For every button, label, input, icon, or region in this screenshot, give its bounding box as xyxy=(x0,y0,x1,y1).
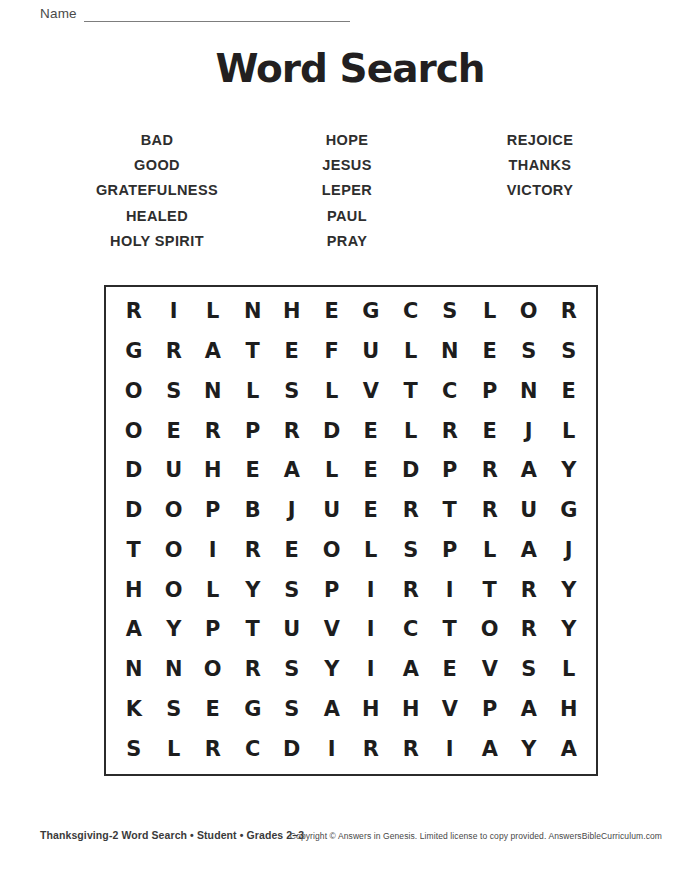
name-input-line[interactable] xyxy=(84,8,350,22)
grid-cell-r9c4[interactable]: T xyxy=(233,609,271,649)
grid-cell-r2c11[interactable]: S xyxy=(510,331,548,371)
grid-cell-r7c11[interactable]: A xyxy=(510,530,548,570)
grid-cell-r6c1[interactable]: D xyxy=(115,490,153,530)
grid-cell-r3c12[interactable]: E xyxy=(549,371,587,411)
grid-cell-r6c12[interactable]: G xyxy=(549,490,587,530)
grid-cell-r12c12[interactable]: A xyxy=(549,728,587,768)
word-item: GOOD xyxy=(134,153,180,178)
grid-cell-r9c6[interactable]: V xyxy=(312,609,350,649)
grid-cell-r4c6[interactable]: D xyxy=(312,410,350,450)
grid-cell-r6c7[interactable]: E xyxy=(352,490,390,530)
grid-cell-r5c9[interactable]: P xyxy=(431,450,469,490)
grid-cell-r7c4[interactable]: R xyxy=(233,530,271,570)
grid-cell-r10c7[interactable]: I xyxy=(352,649,390,689)
grid-cell-r9c3[interactable]: P xyxy=(194,609,232,649)
grid-cell-r8c3[interactable]: L xyxy=(194,569,232,609)
grid-cell-r6c2[interactable]: O xyxy=(154,490,192,530)
grid-cell-r7c3[interactable]: I xyxy=(194,530,232,570)
grid-cell-r10c6[interactable]: Y xyxy=(312,649,350,689)
grid-cell-r10c2[interactable]: N xyxy=(154,649,192,689)
grid-cell-r2c4[interactable]: T xyxy=(233,331,271,371)
grid-cell-r3c8[interactable]: T xyxy=(391,371,429,411)
grid-cell-r5c3[interactable]: H xyxy=(194,450,232,490)
grid-cell-r3c5[interactable]: S xyxy=(273,371,311,411)
grid-cell-r11c10[interactable]: P xyxy=(470,689,508,729)
grid-cell-r11c12[interactable]: H xyxy=(549,689,587,729)
word-item: HOPE xyxy=(326,128,369,153)
grid-cell-r2c9[interactable]: N xyxy=(431,331,469,371)
grid-cell-r7c8[interactable]: S xyxy=(391,530,429,570)
footer-copyright: Copyright © Answers in Genesis. Limited … xyxy=(290,831,662,841)
grid-cell-r12c9[interactable]: I xyxy=(431,728,469,768)
grid-cell-r11c11[interactable]: A xyxy=(510,689,548,729)
grid-cell-r8c1[interactable]: H xyxy=(115,569,153,609)
word-item: PRAY xyxy=(327,229,368,254)
grid-cell-r3c7[interactable]: V xyxy=(352,371,390,411)
grid-cell-r11c7[interactable]: H xyxy=(352,689,390,729)
grid-cell-r6c10[interactable]: R xyxy=(470,490,508,530)
grid-cell-r1c5[interactable]: H xyxy=(273,291,311,331)
grid-cell-r12c1[interactable]: S xyxy=(115,728,153,768)
grid-cell-r4c2[interactable]: E xyxy=(154,410,192,450)
grid-cell-r3c10[interactable]: P xyxy=(470,371,508,411)
grid-cell-r1c4[interactable]: N xyxy=(233,291,271,331)
grid-cell-r5c8[interactable]: D xyxy=(391,450,429,490)
worksheet-page: Name Word Search BADGOODGRATEFULNESSHEAL… xyxy=(0,0,700,869)
grid-cell-r11c8[interactable]: H xyxy=(391,689,429,729)
grid-cell-r1c12[interactable]: R xyxy=(549,291,587,331)
word-list-column-3: REJOICETHANKSVICTORY xyxy=(507,128,573,204)
grid-cell-r1c8[interactable]: C xyxy=(391,291,429,331)
grid-cell-r12c3[interactable]: R xyxy=(194,728,232,768)
grid-cell-r11c1[interactable]: K xyxy=(115,689,153,729)
grid-cell-r2c6[interactable]: F xyxy=(312,331,350,371)
grid-cell-r7c6[interactable]: O xyxy=(312,530,350,570)
grid-cell-r4c8[interactable]: L xyxy=(391,410,429,450)
grid-cell-r8c5[interactable]: S xyxy=(273,569,311,609)
grid-cell-r1c3[interactable]: L xyxy=(194,291,232,331)
grid-cell-r6c5[interactable]: J xyxy=(273,490,311,530)
grid-cell-r10c8[interactable]: A xyxy=(391,649,429,689)
grid-cell-r11c9[interactable]: V xyxy=(431,689,469,729)
grid-cell-r1c7[interactable]: G xyxy=(352,291,390,331)
grid-cell-r5c6[interactable]: L xyxy=(312,450,350,490)
word-list-column-1: BADGOODGRATEFULNESSHEALEDHOLY SPIRIT xyxy=(96,128,218,254)
grid-cell-r11c4[interactable]: G xyxy=(233,689,271,729)
grid-cell-r3c3[interactable]: N xyxy=(194,371,232,411)
grid-cell-r10c1[interactable]: N xyxy=(115,649,153,689)
grid-cell-r5c11[interactable]: A xyxy=(510,450,548,490)
page-title: Word Search xyxy=(0,46,700,91)
grid-cell-r1c9[interactable]: S xyxy=(431,291,469,331)
grid-cell-r7c9[interactable]: P xyxy=(431,530,469,570)
grid-cell-r12c10[interactable]: A xyxy=(470,728,508,768)
grid-cell-r9c5[interactable]: U xyxy=(273,609,311,649)
grid-cell-r12c4[interactable]: C xyxy=(233,728,271,768)
grid-cell-r12c6[interactable]: I xyxy=(312,728,350,768)
word-list-column-2: HOPEJESUSLEPERPAULPRAY xyxy=(322,128,372,254)
grid-cell-r12c8[interactable]: R xyxy=(391,728,429,768)
grid-cell-r10c11[interactable]: S xyxy=(510,649,548,689)
grid-cell-r6c4[interactable]: B xyxy=(233,490,271,530)
grid-cell-r8c6[interactable]: P xyxy=(312,569,350,609)
grid-cell-r6c8[interactable]: R xyxy=(391,490,429,530)
grid-cell-r1c6[interactable]: E xyxy=(312,291,350,331)
grid-cell-r10c4[interactable]: R xyxy=(233,649,271,689)
grid-cell-r2c5[interactable]: E xyxy=(273,331,311,371)
word-item: JESUS xyxy=(322,153,372,178)
grid-cell-r3c2[interactable]: S xyxy=(154,371,192,411)
grid-cell-r3c9[interactable]: C xyxy=(431,371,469,411)
footer-worksheet-info: Thanksgiving-2 Word Search • Student • G… xyxy=(40,829,304,841)
grid-cell-r9c1[interactable]: A xyxy=(115,609,153,649)
grid-cell-r4c9[interactable]: R xyxy=(431,410,469,450)
grid-cell-r12c11[interactable]: Y xyxy=(510,728,548,768)
word-item: BAD xyxy=(141,128,174,153)
word-list: BADGOODGRATEFULNESSHEALEDHOLY SPIRIT HOP… xyxy=(0,128,700,248)
grid-cell-r11c5[interactable]: S xyxy=(273,689,311,729)
grid-cell-r5c7[interactable]: E xyxy=(352,450,390,490)
grid-cell-r11c3[interactable]: E xyxy=(194,689,232,729)
grid-cell-r8c11[interactable]: R xyxy=(510,569,548,609)
grid-cell-r4c7[interactable]: E xyxy=(352,410,390,450)
word-item: PAUL xyxy=(327,204,367,229)
grid-cell-r6c3[interactable]: P xyxy=(194,490,232,530)
grid-cell-r7c12[interactable]: J xyxy=(549,530,587,570)
word-item: THANKS xyxy=(509,153,572,178)
grid-cell-r8c7[interactable]: I xyxy=(352,569,390,609)
grid-cell-r12c7[interactable]: R xyxy=(352,728,390,768)
grid-cell-r7c1[interactable]: T xyxy=(115,530,153,570)
grid-cell-r3c4[interactable]: L xyxy=(233,371,271,411)
grid-cell-r7c10[interactable]: L xyxy=(470,530,508,570)
grid-cell-r2c3[interactable]: A xyxy=(194,331,232,371)
grid-cell-r6c6[interactable]: U xyxy=(312,490,350,530)
grid-cell-r4c4[interactable]: P xyxy=(233,410,271,450)
grid-cell-r1c11[interactable]: O xyxy=(510,291,548,331)
grid-cell-r2c10[interactable]: E xyxy=(470,331,508,371)
grid-cell-r2c12[interactable]: S xyxy=(549,331,587,371)
word-item: LEPER xyxy=(322,178,372,203)
grid-cell-r9c2[interactable]: Y xyxy=(154,609,192,649)
grid-cell-r8c2[interactable]: O xyxy=(154,569,192,609)
grid-cell-r10c3[interactable]: O xyxy=(194,649,232,689)
word-item: HOLY SPIRIT xyxy=(110,229,204,254)
grid-cell-r4c5[interactable]: R xyxy=(273,410,311,450)
grid-cell-r10c5[interactable]: S xyxy=(273,649,311,689)
grid-cell-r9c7[interactable]: I xyxy=(352,609,390,649)
grid-cell-r2c1[interactable]: G xyxy=(115,331,153,371)
grid-cell-r8c4[interactable]: Y xyxy=(233,569,271,609)
word-search-grid: RILNHEGCSLORGRATEFULNESSOSNLSLVTCPNEOERP… xyxy=(106,287,596,774)
grid-cell-r5c12[interactable]: Y xyxy=(549,450,587,490)
word-item: GRATEFULNESS xyxy=(96,178,218,203)
grid-cell-r5c4[interactable]: E xyxy=(233,450,271,490)
word-item: HEALED xyxy=(126,204,188,229)
grid-cell-r3c1[interactable]: O xyxy=(115,371,153,411)
grid-cell-r12c2[interactable]: L xyxy=(154,728,192,768)
grid-cell-r11c2[interactable]: S xyxy=(154,689,192,729)
grid-cell-r8c10[interactable]: T xyxy=(470,569,508,609)
grid-cell-r11c6[interactable]: A xyxy=(312,689,350,729)
grid-cell-r7c5[interactable]: E xyxy=(273,530,311,570)
grid-cell-r4c12[interactable]: L xyxy=(549,410,587,450)
name-label: Name xyxy=(40,6,77,22)
grid-cell-r9c11[interactable]: R xyxy=(510,609,548,649)
grid-cell-r6c11[interactable]: U xyxy=(510,490,548,530)
name-field: Name xyxy=(40,6,350,22)
grid-cell-r5c1[interactable]: D xyxy=(115,450,153,490)
grid-cell-r10c10[interactable]: V xyxy=(470,649,508,689)
grid-cell-r5c10[interactable]: R xyxy=(470,450,508,490)
grid-cell-r2c7[interactable]: U xyxy=(352,331,390,371)
grid-cell-r1c2[interactable]: I xyxy=(154,291,192,331)
grid-cell-r3c6[interactable]: L xyxy=(312,371,350,411)
grid-cell-r1c1[interactable]: R xyxy=(115,291,153,331)
word-search-grid-border: RILNHEGCSLORGRATEFULNESSOSNLSLVTCPNEOERP… xyxy=(104,285,598,776)
grid-cell-r3c11[interactable]: N xyxy=(510,371,548,411)
grid-cell-r8c8[interactable]: R xyxy=(391,569,429,609)
grid-cell-r1c10[interactable]: L xyxy=(470,291,508,331)
grid-cell-r6c9[interactable]: T xyxy=(431,490,469,530)
grid-cell-r9c10[interactable]: O xyxy=(470,609,508,649)
grid-cell-r10c12[interactable]: L xyxy=(549,649,587,689)
grid-cell-r4c11[interactable]: J xyxy=(510,410,548,450)
grid-cell-r2c8[interactable]: L xyxy=(391,331,429,371)
grid-cell-r5c5[interactable]: A xyxy=(273,450,311,490)
word-item: REJOICE xyxy=(507,128,573,153)
grid-cell-r9c9[interactable]: T xyxy=(431,609,469,649)
grid-cell-r8c9[interactable]: I xyxy=(431,569,469,609)
grid-cell-r10c9[interactable]: E xyxy=(431,649,469,689)
grid-cell-r4c10[interactable]: E xyxy=(470,410,508,450)
grid-cell-r2c2[interactable]: R xyxy=(154,331,192,371)
grid-cell-r8c12[interactable]: Y xyxy=(549,569,587,609)
grid-cell-r12c5[interactable]: D xyxy=(273,728,311,768)
grid-cell-r9c12[interactable]: Y xyxy=(549,609,587,649)
grid-cell-r5c2[interactable]: U xyxy=(154,450,192,490)
grid-cell-r7c7[interactable]: L xyxy=(352,530,390,570)
grid-cell-r4c1[interactable]: O xyxy=(115,410,153,450)
word-item: VICTORY xyxy=(507,178,573,203)
grid-cell-r9c8[interactable]: C xyxy=(391,609,429,649)
grid-cell-r4c3[interactable]: R xyxy=(194,410,232,450)
grid-cell-r7c2[interactable]: O xyxy=(154,530,192,570)
